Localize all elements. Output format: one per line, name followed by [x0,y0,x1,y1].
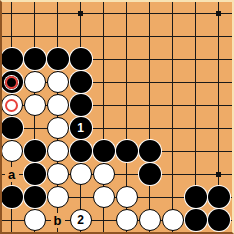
go-board: ab12 [0,0,234,234]
black-stone [70,48,92,70]
black-stone [185,209,207,231]
white-stone [116,209,138,231]
black-stone [24,186,46,208]
white-stone [47,71,69,93]
white-stone [93,163,115,185]
red-circle-mark [5,99,18,112]
white-stone [47,163,69,185]
grid-line-horizontal [0,128,234,129]
grid-line-horizontal [0,13,234,14]
star-point [216,172,221,177]
white-stone [139,209,161,231]
stone-number-label: 2 [77,214,84,226]
white-stone [47,94,69,116]
grid-line-horizontal [0,36,234,37]
white-stone [162,209,184,231]
black-stone: 1 [70,117,92,139]
red-circle-mark [5,76,18,89]
black-stone [24,140,46,162]
white-stone [70,163,92,185]
white-stone [47,140,69,162]
white-stone [1,94,23,116]
white-stone [47,186,69,208]
black-stone [70,140,92,162]
black-stone [1,71,23,93]
black-stone [24,48,46,70]
black-stone [93,140,115,162]
black-stone [70,71,92,93]
star-point [216,11,221,16]
black-stone [1,48,23,70]
point-label-b: b [51,213,65,228]
black-stone [208,209,230,231]
white-stone [47,117,69,139]
white-stone [93,186,115,208]
black-stone [1,186,23,208]
white-stone [1,140,23,162]
black-stone [1,117,23,139]
black-stone [139,140,161,162]
white-stone [24,94,46,116]
black-stone [70,94,92,116]
star-point [78,11,83,16]
black-stone [139,163,161,185]
white-stone: 2 [70,209,92,231]
white-stone [116,186,138,208]
black-stone [116,140,138,162]
black-stone [208,186,230,208]
black-stone [24,163,46,185]
point-label-a: a [5,167,19,182]
black-stone [47,48,69,70]
white-stone [24,71,46,93]
black-stone [185,186,207,208]
white-stone [24,209,46,231]
stone-number-label: 1 [77,122,84,134]
